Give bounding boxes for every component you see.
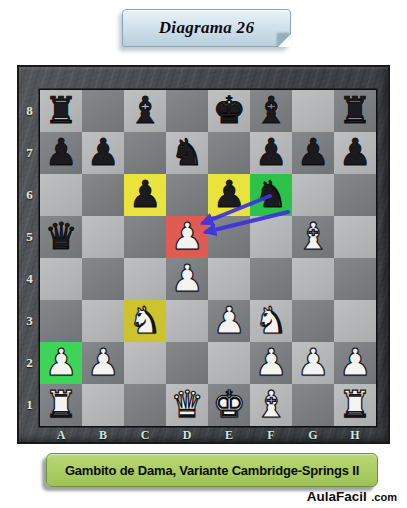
square-h2: ♟ xyxy=(334,342,376,384)
piece-white-pawn: ♟ xyxy=(170,260,203,297)
piece-white-pawn: ♟ xyxy=(170,218,203,255)
square-h1: ♜ xyxy=(334,384,376,426)
square-h6 xyxy=(334,174,376,216)
rank-label-5: 5 xyxy=(19,216,40,258)
file-label-d: D xyxy=(166,428,208,444)
piece-black-pawn: ♟ xyxy=(296,134,329,171)
piece-black-knight: ♞ xyxy=(170,134,203,171)
square-b6 xyxy=(82,174,124,216)
banner-title: Diagrama 26 xyxy=(159,18,254,38)
square-e6: ♟ xyxy=(208,174,250,216)
piece-white-king: ♚ xyxy=(212,386,245,423)
rank-label-3: 3 xyxy=(19,300,40,342)
piece-white-queen: ♛ xyxy=(170,386,203,423)
piece-white-pawn: ♟ xyxy=(86,344,119,381)
board-area: ♜♝♚♝♜♟♟♞♟♟♟♟♟♞♛♟♝♟♞♟♞♟♟♟♟♟♜♛♚♝♜ xyxy=(40,90,376,426)
square-e3: ♟ xyxy=(208,300,250,342)
piece-black-pawn: ♟ xyxy=(44,134,77,171)
square-g1 xyxy=(292,384,334,426)
file-label-b: B xyxy=(82,428,124,444)
piece-white-bishop: ♝ xyxy=(296,218,329,255)
square-d7: ♞ xyxy=(166,132,208,174)
diagram-banner: Diagrama 26 xyxy=(122,9,291,47)
square-b7: ♟ xyxy=(82,132,124,174)
rank-label-1: 1 xyxy=(19,384,40,426)
piece-black-rook: ♜ xyxy=(338,92,371,129)
piece-black-rook: ♜ xyxy=(44,92,77,129)
square-d6 xyxy=(166,174,208,216)
piece-black-bishop: ♝ xyxy=(254,92,287,129)
piece-black-pawn: ♟ xyxy=(254,134,287,171)
square-c7 xyxy=(124,132,166,174)
square-f6: ♞ xyxy=(250,174,292,216)
square-d4: ♟ xyxy=(166,258,208,300)
square-g3 xyxy=(292,300,334,342)
piece-black-king: ♚ xyxy=(212,92,245,129)
piece-white-pawn: ♟ xyxy=(212,302,245,339)
square-a3 xyxy=(40,300,82,342)
square-a6 xyxy=(40,174,82,216)
file-label-c: C xyxy=(124,428,166,444)
file-label-e: E xyxy=(208,428,250,444)
square-a5: ♛ xyxy=(40,216,82,258)
square-h3 xyxy=(334,300,376,342)
square-f4 xyxy=(250,258,292,300)
file-label-g: G xyxy=(292,428,334,444)
square-a7: ♟ xyxy=(40,132,82,174)
square-e1: ♚ xyxy=(208,384,250,426)
caption-text: Gambito de Dama, Variante Cambridge-Spri… xyxy=(65,463,359,478)
square-a8: ♜ xyxy=(40,90,82,132)
piece-white-rook: ♜ xyxy=(44,386,77,423)
piece-white-pawn: ♟ xyxy=(254,344,287,381)
square-e4 xyxy=(208,258,250,300)
file-label-f: F xyxy=(250,428,292,444)
square-f3: ♞ xyxy=(250,300,292,342)
piece-white-pawn: ♟ xyxy=(44,344,77,381)
square-c4 xyxy=(124,258,166,300)
piece-black-knight: ♞ xyxy=(254,176,287,213)
rank-label-7: 7 xyxy=(19,132,40,174)
piece-black-pawn: ♟ xyxy=(86,134,119,171)
square-b3 xyxy=(82,300,124,342)
square-d5: ♟ xyxy=(166,216,208,258)
piece-black-pawn: ♟ xyxy=(128,176,161,213)
square-d2 xyxy=(166,342,208,384)
piece-black-pawn: ♟ xyxy=(212,176,245,213)
square-c1 xyxy=(124,384,166,426)
square-g8 xyxy=(292,90,334,132)
square-c5 xyxy=(124,216,166,258)
square-h7: ♟ xyxy=(334,132,376,174)
file-label-h: H xyxy=(334,428,376,444)
piece-white-pawn: ♟ xyxy=(296,344,329,381)
square-d1: ♛ xyxy=(166,384,208,426)
square-f5 xyxy=(250,216,292,258)
square-d8 xyxy=(166,90,208,132)
square-f7: ♟ xyxy=(250,132,292,174)
square-a2: ♟ xyxy=(40,342,82,384)
square-c8: ♝ xyxy=(124,90,166,132)
square-h5 xyxy=(334,216,376,258)
square-c6: ♟ xyxy=(124,174,166,216)
square-e8: ♚ xyxy=(208,90,250,132)
square-c2 xyxy=(124,342,166,384)
piece-black-pawn: ♟ xyxy=(338,134,371,171)
square-h4 xyxy=(334,258,376,300)
square-b4 xyxy=(82,258,124,300)
square-d3 xyxy=(166,300,208,342)
square-f2: ♟ xyxy=(250,342,292,384)
piece-white-bishop: ♝ xyxy=(254,386,287,423)
square-g2: ♟ xyxy=(292,342,334,384)
square-b8 xyxy=(82,90,124,132)
square-e7 xyxy=(208,132,250,174)
brand-watermark: AulaFacil .com xyxy=(307,487,397,505)
square-b1 xyxy=(82,384,124,426)
square-g7: ♟ xyxy=(292,132,334,174)
square-g4 xyxy=(292,258,334,300)
square-a4 xyxy=(40,258,82,300)
square-g6 xyxy=(292,174,334,216)
piece-black-bishop: ♝ xyxy=(128,92,161,129)
rank-labels: 87654321 xyxy=(19,90,40,426)
board: ♜♝♚♝♜♟♟♞♟♟♟♟♟♞♛♟♝♟♞♟♞♟♟♟♟♟♜♛♚♝♜ xyxy=(40,90,376,426)
square-f1: ♝ xyxy=(250,384,292,426)
board-frame: 87654321 ♜♝♚♝♜♟♟♞♟♟♟♟♟♞♛♟♝♟♞♟♞♟♟♟♟♟♜♛♚♝♜… xyxy=(17,65,390,444)
square-a1: ♜ xyxy=(40,384,82,426)
brand-name: AulaFacil xyxy=(307,489,367,504)
square-c3: ♞ xyxy=(124,300,166,342)
rank-label-6: 6 xyxy=(19,174,40,216)
piece-black-queen: ♛ xyxy=(44,218,77,255)
square-e5 xyxy=(208,216,250,258)
square-e2 xyxy=(208,342,250,384)
banner-fold-corner-icon xyxy=(278,34,291,47)
piece-white-rook: ♜ xyxy=(338,386,371,423)
file-label-a: A xyxy=(40,428,82,444)
piece-white-knight: ♞ xyxy=(254,302,287,339)
caption-box: Gambito de Dama, Variante Cambridge-Spri… xyxy=(46,453,378,487)
file-labels: ABCDEFGH xyxy=(40,428,376,444)
rank-label-2: 2 xyxy=(19,342,40,384)
page: Diagrama 26 87654321 ♜♝♚♝♜♟♟♞♟♟♟♟♟♞♛♟♝♟♞… xyxy=(0,0,407,508)
square-b5 xyxy=(82,216,124,258)
rank-label-4: 4 xyxy=(19,258,40,300)
square-b2: ♟ xyxy=(82,342,124,384)
piece-white-knight: ♞ xyxy=(128,302,161,339)
brand-suffix: .com xyxy=(371,491,397,503)
square-h8: ♜ xyxy=(334,90,376,132)
rank-label-8: 8 xyxy=(19,90,40,132)
square-f8: ♝ xyxy=(250,90,292,132)
piece-white-pawn: ♟ xyxy=(338,344,371,381)
square-g5: ♝ xyxy=(292,216,334,258)
